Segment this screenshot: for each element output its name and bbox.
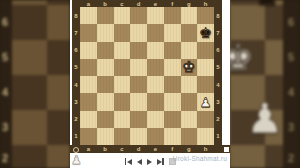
file-label-e: e: [147, 145, 164, 153]
white-king: ♚: [182, 60, 195, 75]
rank-label-8: 8: [214, 7, 222, 24]
square-g5: ♚: [181, 59, 198, 76]
rank-label-3: 3: [72, 93, 80, 110]
square-f3: [164, 93, 181, 110]
square-c6: [114, 42, 131, 59]
square-c5: [114, 59, 131, 76]
file-label-a: a: [80, 145, 97, 153]
square-a6: [80, 42, 97, 59]
square-h4: [197, 76, 214, 93]
file-labels-bottom: abcdefgh: [80, 145, 214, 153]
board-bottom-border: abcdefgh: [70, 145, 230, 153]
background-rank-digit-4: 4: [2, 86, 8, 98]
file-label-c: c: [114, 0, 131, 7]
background-rank-digit-3: 3: [288, 121, 294, 133]
background-rank-digit-2: 2: [2, 152, 8, 164]
rank-label-6: 6: [214, 42, 222, 59]
square-g4: [181, 76, 198, 93]
square-a2: [80, 111, 97, 128]
skip-to-end-button[interactable]: [157, 158, 164, 165]
square-g3: [181, 93, 198, 110]
square-b7: [97, 24, 114, 41]
background-rank-strip-left: 65432: [0, 0, 12, 168]
background-rank-digit-6: 6: [2, 16, 8, 28]
watermark-link[interactable]: Uroki-Shahmat.ru: [173, 155, 227, 162]
file-labels-top: abcdefgh: [80, 0, 214, 7]
chess-app-panel: abcdefgh 87654321 87654321 ♚♚♟ abcdefgh …: [70, 0, 230, 168]
square-g1: [181, 128, 198, 145]
rank-label-8: 8: [72, 7, 80, 24]
square-c3: [114, 93, 131, 110]
background-rank-strip-right: 65432: [283, 0, 300, 168]
square-d2: [130, 111, 147, 128]
square-b2: [97, 111, 114, 128]
square-b8: [97, 7, 114, 24]
rank-label-3: 3: [214, 93, 222, 110]
rank-label-5: 5: [72, 59, 80, 76]
rank-label-7: 7: [72, 24, 80, 41]
rank-label-5: 5: [214, 59, 222, 76]
background-rank-digit-3: 3: [2, 121, 8, 133]
file-label-h: h: [197, 145, 214, 153]
video-frame: 65432 65432 ♚♚♟ abcdefgh 87654321 876543…: [0, 0, 300, 168]
square-h7: ♚: [197, 24, 214, 41]
square-d5: [130, 59, 147, 76]
square-d6: [130, 42, 147, 59]
square-e5: [147, 59, 164, 76]
square-d4: [130, 76, 147, 93]
square-h2: [197, 111, 214, 128]
square-h8: [197, 7, 214, 24]
file-label-b: b: [97, 145, 114, 153]
square-a8: [80, 7, 97, 24]
square-h5: [197, 59, 214, 76]
rank-label-6: 6: [72, 42, 80, 59]
square-c1: [114, 128, 131, 145]
square-e8: [147, 7, 164, 24]
board-grid: ♚♚♟: [80, 7, 214, 145]
circle-icon: [73, 147, 79, 153]
square-b1: [97, 128, 114, 145]
rank-labels-right: 87654321: [214, 7, 222, 145]
file-label-d: d: [130, 0, 147, 7]
square-h6: [197, 42, 214, 59]
file-label-g: g: [181, 0, 198, 7]
blurred-background-left: 65432: [0, 0, 70, 168]
square-f7: [164, 24, 181, 41]
square-d1: [130, 128, 147, 145]
background-rank-digit-5: 5: [288, 51, 294, 63]
square-f8: [164, 7, 181, 24]
rank-label-7: 7: [214, 24, 222, 41]
square-a7: [80, 24, 97, 41]
square-c4: [114, 76, 131, 93]
square-f6: [164, 42, 181, 59]
file-label-d: d: [130, 145, 147, 153]
square-e7: [147, 24, 164, 41]
square-f1: [164, 128, 181, 145]
blurred-white-piece: ♚: [228, 40, 254, 76]
square-h3: ♟: [197, 93, 214, 110]
square-b3: [97, 93, 114, 110]
square-e3: [147, 93, 164, 110]
square-a5: [80, 59, 97, 76]
file-label-g: g: [181, 145, 198, 153]
square-icon: [224, 147, 229, 152]
step-forward-button[interactable]: [147, 159, 152, 165]
square-g7: [181, 24, 198, 41]
blurred-black-piece: ♚: [252, 0, 282, 10]
square-f5: [164, 59, 181, 76]
file-label-h: h: [197, 0, 214, 7]
skip-to-start-button[interactable]: [125, 158, 132, 165]
background-rank-digit-6: 6: [288, 16, 294, 28]
rank-label-1: 1: [214, 128, 222, 145]
square-c8: [114, 7, 131, 24]
square-e4: [147, 76, 164, 93]
step-back-button[interactable]: [137, 159, 142, 165]
black-king: ♚: [199, 26, 212, 41]
square-d7: [130, 24, 147, 41]
square-e6: [147, 42, 164, 59]
square-a1: [80, 128, 97, 145]
rank-label-4: 4: [72, 76, 80, 93]
square-g6: [181, 42, 198, 59]
blurred-white-piece: ♟: [246, 98, 284, 140]
rank-labels-left: 87654321: [72, 7, 80, 145]
square-g8: [181, 7, 198, 24]
rank-label-1: 1: [72, 128, 80, 145]
square-c2: [114, 111, 131, 128]
chess-board: abcdefgh 87654321 87654321 ♚♚♟: [72, 0, 222, 145]
square-c7: [114, 24, 131, 41]
square-a4: [80, 76, 97, 93]
square-e2: [147, 111, 164, 128]
file-label-f: f: [164, 145, 181, 153]
square-b6: [97, 42, 114, 59]
file-label-b: b: [97, 0, 114, 7]
player-toolbar: ♟ Uroki-Shahmat.ru: [70, 153, 230, 168]
square-e1: [147, 128, 164, 145]
background-rank-digit-2: 2: [288, 152, 294, 164]
file-label-a: a: [80, 0, 97, 7]
file-label-c: c: [114, 145, 131, 153]
white-pawn: ♟: [200, 96, 212, 109]
square-d8: [130, 7, 147, 24]
square-d3: [130, 93, 147, 110]
rank-label-4: 4: [214, 76, 222, 93]
file-label-f: f: [164, 0, 181, 7]
square-b5: [97, 59, 114, 76]
square-f4: [164, 76, 181, 93]
rank-label-2: 2: [72, 111, 80, 128]
file-label-e: e: [147, 0, 164, 7]
rank-label-2: 2: [214, 111, 222, 128]
square-b4: [97, 76, 114, 93]
square-h1: [197, 128, 214, 145]
square-a3: [80, 93, 97, 110]
background-rank-digit-4: 4: [288, 86, 294, 98]
background-rank-digit-5: 5: [2, 51, 8, 63]
blurred-background-right: 65432 ♚♚♟: [228, 0, 300, 168]
square-g2: [181, 111, 198, 128]
square-f2: [164, 111, 181, 128]
